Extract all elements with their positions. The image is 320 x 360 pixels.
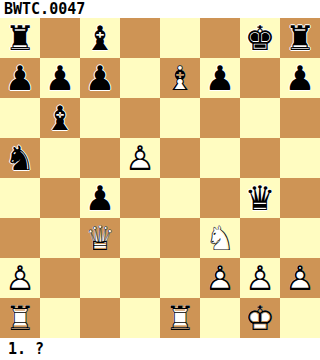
white-piece-outline: ♙: [280, 258, 320, 298]
white-piece-outline: ♕: [80, 218, 120, 258]
black-queen[interactable]: ♛: [240, 178, 280, 218]
square-e8[interactable]: [160, 18, 200, 58]
square-e6[interactable]: [160, 98, 200, 138]
square-f8[interactable]: [200, 18, 240, 58]
square-f1[interactable]: [200, 298, 240, 338]
white-rook[interactable]: ♜♖: [160, 298, 200, 338]
square-c8[interactable]: ♝: [80, 18, 120, 58]
square-f6[interactable]: [200, 98, 240, 138]
black-pawn[interactable]: ♟: [280, 58, 320, 98]
black-pawn[interactable]: ♟: [0, 58, 40, 98]
square-c2[interactable]: [80, 258, 120, 298]
square-a8[interactable]: ♜: [0, 18, 40, 58]
square-g8[interactable]: ♚: [240, 18, 280, 58]
move-prompt: 1. ?: [8, 340, 44, 358]
square-h1[interactable]: [280, 298, 320, 338]
square-c4[interactable]: ♟: [80, 178, 120, 218]
black-knight[interactable]: ♞: [0, 138, 40, 178]
square-e2[interactable]: [160, 258, 200, 298]
black-pawn[interactable]: ♟: [40, 58, 80, 98]
square-a6[interactable]: [0, 98, 40, 138]
white-piece-outline: ♗: [160, 58, 200, 98]
white-pawn[interactable]: ♟♙: [0, 258, 40, 298]
square-d4[interactable]: [120, 178, 160, 218]
white-king[interactable]: ♚♔: [240, 298, 280, 338]
square-h8[interactable]: ♜: [280, 18, 320, 58]
square-c5[interactable]: [80, 138, 120, 178]
black-pawn[interactable]: ♟: [80, 58, 120, 98]
square-h4[interactable]: [280, 178, 320, 218]
white-piece-outline: ♙: [0, 258, 40, 298]
square-e4[interactable]: [160, 178, 200, 218]
square-d1[interactable]: [120, 298, 160, 338]
square-e1[interactable]: ♜♖: [160, 298, 200, 338]
square-h6[interactable]: [280, 98, 320, 138]
black-king[interactable]: ♚: [240, 18, 280, 58]
puzzle-title: BWTC.0047: [4, 0, 85, 18]
black-bishop[interactable]: ♝: [80, 18, 120, 58]
white-piece-outline: ♖: [0, 298, 40, 338]
white-piece-outline: ♙: [200, 258, 240, 298]
square-c3[interactable]: ♛♕: [80, 218, 120, 258]
square-f7[interactable]: ♟: [200, 58, 240, 98]
square-h2[interactable]: ♟♙: [280, 258, 320, 298]
square-e7[interactable]: ♝♗: [160, 58, 200, 98]
square-a7[interactable]: ♟: [0, 58, 40, 98]
black-pawn[interactable]: ♟: [200, 58, 240, 98]
square-c7[interactable]: ♟: [80, 58, 120, 98]
square-d3[interactable]: [120, 218, 160, 258]
square-f3[interactable]: ♞♘: [200, 218, 240, 258]
square-g7[interactable]: [240, 58, 280, 98]
square-d2[interactable]: [120, 258, 160, 298]
square-f5[interactable]: [200, 138, 240, 178]
square-b2[interactable]: [40, 258, 80, 298]
white-piece-outline: ♙: [120, 138, 160, 178]
square-b8[interactable]: [40, 18, 80, 58]
square-a2[interactable]: ♟♙: [0, 258, 40, 298]
white-queen[interactable]: ♛♕: [80, 218, 120, 258]
square-b3[interactable]: [40, 218, 80, 258]
square-g5[interactable]: [240, 138, 280, 178]
white-piece-outline: ♙: [240, 258, 280, 298]
square-d5[interactable]: ♟♙: [120, 138, 160, 178]
black-pawn[interactable]: ♟: [80, 178, 120, 218]
white-knight[interactable]: ♞♘: [200, 218, 240, 258]
black-bishop[interactable]: ♝: [40, 98, 80, 138]
square-a1[interactable]: ♜♖: [0, 298, 40, 338]
square-h3[interactable]: [280, 218, 320, 258]
square-g4[interactable]: ♛: [240, 178, 280, 218]
square-g2[interactable]: ♟♙: [240, 258, 280, 298]
white-piece-outline: ♘: [200, 218, 240, 258]
white-piece-outline: ♔: [240, 298, 280, 338]
square-b1[interactable]: [40, 298, 80, 338]
square-a5[interactable]: ♞: [0, 138, 40, 178]
square-d6[interactable]: [120, 98, 160, 138]
square-c1[interactable]: [80, 298, 120, 338]
white-pawn[interactable]: ♟♙: [280, 258, 320, 298]
white-pawn[interactable]: ♟♙: [240, 258, 280, 298]
black-rook[interactable]: ♜: [0, 18, 40, 58]
square-f4[interactable]: [200, 178, 240, 218]
square-h5[interactable]: [280, 138, 320, 178]
square-g6[interactable]: [240, 98, 280, 138]
square-d8[interactable]: [120, 18, 160, 58]
square-b6[interactable]: ♝: [40, 98, 80, 138]
white-pawn[interactable]: ♟♙: [120, 138, 160, 178]
square-f2[interactable]: ♟♙: [200, 258, 240, 298]
square-g1[interactable]: ♚♔: [240, 298, 280, 338]
square-b4[interactable]: [40, 178, 80, 218]
square-b7[interactable]: ♟: [40, 58, 80, 98]
black-rook[interactable]: ♜: [280, 18, 320, 58]
white-pawn[interactable]: ♟♙: [200, 258, 240, 298]
square-a3[interactable]: [0, 218, 40, 258]
square-g3[interactable]: [240, 218, 280, 258]
square-h7[interactable]: ♟: [280, 58, 320, 98]
white-piece-outline: ♖: [160, 298, 200, 338]
square-e5[interactable]: [160, 138, 200, 178]
square-c6[interactable]: [80, 98, 120, 138]
square-a4[interactable]: [0, 178, 40, 218]
square-e3[interactable]: [160, 218, 200, 258]
white-bishop[interactable]: ♝♗: [160, 58, 200, 98]
white-rook[interactable]: ♜♖: [0, 298, 40, 338]
chess-board: ♜♝♚♜♟♟♟♝♗♟♟♝♞♟♙♟♛♛♕♞♘♟♙♟♙♟♙♟♙♜♖♜♖♚♔: [0, 18, 320, 338]
title-bar: BWTC.0047: [0, 0, 320, 18]
status-bar: 1. ?: [0, 338, 320, 360]
square-b5[interactable]: [40, 138, 80, 178]
square-d7[interactable]: [120, 58, 160, 98]
